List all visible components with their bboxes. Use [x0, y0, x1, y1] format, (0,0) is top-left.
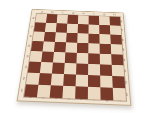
square-h6[interactable]	[110, 34, 122, 44]
square-h2[interactable]	[112, 76, 125, 88]
square-c1[interactable]	[50, 85, 64, 98]
square-e2[interactable]	[76, 75, 89, 87]
square-g2[interactable]	[100, 76, 113, 88]
square-g6[interactable]	[99, 34, 110, 44]
square-f6[interactable]	[88, 34, 99, 44]
square-e4[interactable]	[76, 53, 88, 64]
square-g1[interactable]	[100, 87, 113, 100]
square-d5[interactable]	[65, 42, 77, 53]
square-f8[interactable]	[89, 16, 100, 25]
square-h4[interactable]	[111, 54, 123, 65]
square-f2[interactable]	[88, 75, 100, 87]
square-e1[interactable]	[75, 86, 88, 99]
square-e3[interactable]	[76, 63, 88, 75]
square-e5[interactable]	[77, 43, 89, 54]
square-d2[interactable]	[63, 74, 76, 86]
square-h1[interactable]	[113, 88, 126, 101]
square-g8[interactable]	[99, 16, 110, 25]
square-d6[interactable]	[66, 33, 78, 43]
square-b1[interactable]	[37, 85, 51, 98]
square-d7[interactable]	[67, 24, 78, 34]
square-c6[interactable]	[55, 32, 67, 42]
square-c7[interactable]	[56, 23, 68, 33]
square-d8[interactable]	[67, 15, 78, 24]
square-c8[interactable]	[57, 15, 68, 24]
board-border: abcdefgh abcdefgh 87654321 87654321	[17, 9, 132, 106]
square-g3[interactable]	[100, 64, 112, 76]
square-f1[interactable]	[88, 87, 101, 100]
square-e8[interactable]	[78, 15, 89, 24]
square-g4[interactable]	[100, 54, 112, 65]
square-f7[interactable]	[89, 24, 100, 34]
square-d3[interactable]	[64, 63, 76, 75]
square-b2[interactable]	[38, 73, 51, 85]
square-d1[interactable]	[62, 86, 75, 99]
photo-background: abcdefgh abcdefgh 87654321 87654321	[0, 0, 150, 113]
square-f3[interactable]	[88, 64, 100, 76]
chessboard: abcdefgh abcdefgh 87654321 87654321	[17, 9, 132, 106]
square-h7[interactable]	[110, 25, 121, 35]
square-g5[interactable]	[100, 44, 112, 55]
square-c2[interactable]	[51, 74, 64, 86]
square-d4[interactable]	[65, 52, 77, 63]
square-h3[interactable]	[112, 65, 125, 77]
square-e7[interactable]	[78, 24, 89, 34]
square-f4[interactable]	[88, 53, 100, 64]
square-e6[interactable]	[77, 33, 88, 43]
square-c4[interactable]	[53, 52, 65, 63]
square-g7[interactable]	[99, 25, 110, 35]
square-h8[interactable]	[109, 17, 120, 26]
square-c5[interactable]	[54, 42, 66, 52]
board-grid	[24, 14, 126, 101]
square-f5[interactable]	[88, 43, 99, 54]
square-c3[interactable]	[52, 62, 65, 74]
square-h5[interactable]	[111, 44, 123, 55]
